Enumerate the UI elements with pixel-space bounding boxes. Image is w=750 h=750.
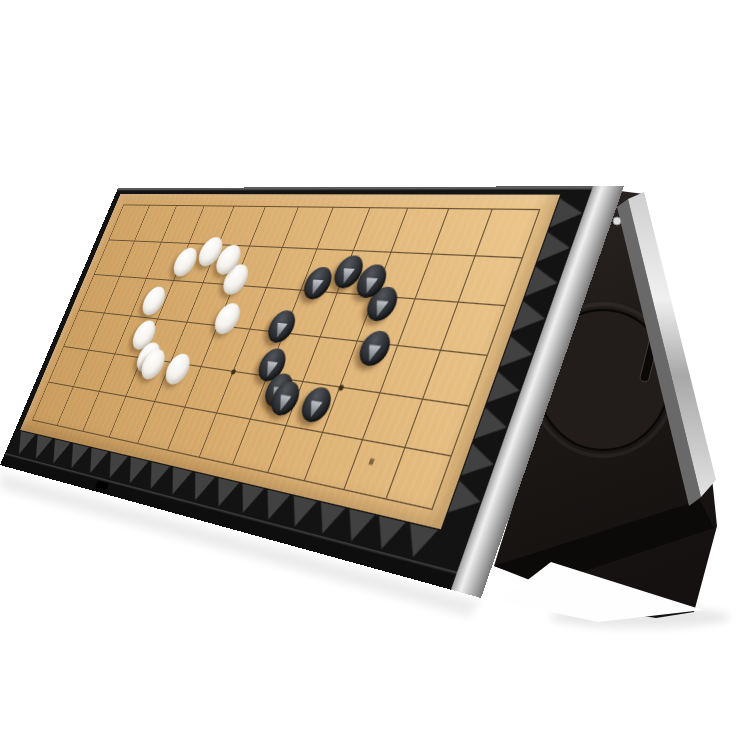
black-stone (264, 309, 300, 344)
black-stone (297, 386, 336, 425)
black-stone (299, 266, 336, 300)
hinge-pin (613, 217, 621, 225)
white-stone (169, 247, 200, 277)
star-point (230, 369, 236, 375)
star-point (337, 385, 344, 392)
white-stone (210, 303, 244, 336)
small-print-mark (368, 458, 374, 465)
black-stone (354, 330, 394, 368)
white-stone (139, 286, 170, 316)
white-stone (161, 353, 194, 387)
product-photo-scene (0, 0, 750, 750)
